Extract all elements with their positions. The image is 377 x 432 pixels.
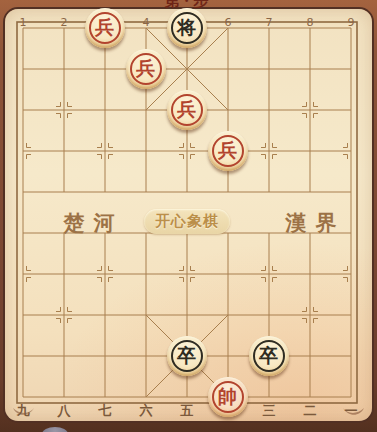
board-point-1-3[interactable] [2,89,43,130]
piece-glyph: 帥 [212,381,244,413]
piece-glyph: 将 [171,12,203,44]
board-point-2-7[interactable] [43,253,84,294]
board-point-3-2[interactable] [84,48,125,89]
board-point-7-10[interactable] [248,376,289,417]
board-point-2-10[interactable] [43,376,84,417]
board-point-5-1[interactable]: 将 [166,7,207,48]
board-point-7-1[interactable] [248,7,289,48]
board-point-3-7[interactable] [84,253,125,294]
board-point-6-1[interactable] [207,7,248,48]
board-point-8-4[interactable] [289,130,330,171]
board-point-9-7[interactable] [330,253,371,294]
piece-glyph: 卒 [171,340,203,372]
piece-red-soldier[interactable]: 兵 [126,49,166,89]
board-point-5-8[interactable] [166,294,207,335]
board-point-2-2[interactable] [43,48,84,89]
board-point-1-9[interactable] [2,335,43,376]
board-point-6-4[interactable]: 兵 [207,130,248,171]
board-point-6-2[interactable] [207,48,248,89]
board-point-6-6[interactable] [207,212,248,253]
board-point-9-4[interactable] [330,130,371,171]
board-point-1-10[interactable] [2,376,43,417]
board-point-5-10[interactable] [166,376,207,417]
board-point-2-5[interactable] [43,171,84,212]
board-point-9-8[interactable] [330,294,371,335]
board-point-4-9[interactable] [125,335,166,376]
board-point-6-7[interactable] [207,253,248,294]
board-point-1-6[interactable] [2,212,43,253]
board-point-8-10[interactable] [289,376,330,417]
board-point-3-9[interactable] [84,335,125,376]
board-point-7-5[interactable] [248,171,289,212]
board-point-3-4[interactable] [84,130,125,171]
board-point-9-9[interactable] [330,335,371,376]
board-point-2-6[interactable] [43,212,84,253]
board-point-1-1[interactable] [2,7,43,48]
board-point-7-2[interactable] [248,48,289,89]
board-point-8-6[interactable] [289,212,330,253]
board-point-2-4[interactable] [43,130,84,171]
board-point-6-8[interactable] [207,294,248,335]
board-point-4-3[interactable] [125,89,166,130]
board-point-7-7[interactable] [248,253,289,294]
board-point-3-6[interactable] [84,212,125,253]
board-point-2-1[interactable] [43,7,84,48]
board-point-4-1[interactable] [125,7,166,48]
move-counter-caption-clipped: 第·步 [0,0,377,8]
board-point-5-2[interactable] [166,48,207,89]
board-point-5-9[interactable]: 卒 [166,335,207,376]
board-point-2-8[interactable] [43,294,84,335]
board-point-9-2[interactable] [330,48,371,89]
board-point-8-7[interactable] [289,253,330,294]
board-point-3-3[interactable] [84,89,125,130]
board-point-3-5[interactable] [84,171,125,212]
board-point-5-5[interactable] [166,171,207,212]
piece-glyph: 卒 [253,340,285,372]
board-point-5-3[interactable]: 兵 [166,89,207,130]
board-point-8-3[interactable] [289,89,330,130]
board-point-4-4[interactable] [125,130,166,171]
board-point-4-5[interactable] [125,171,166,212]
board-point-4-6[interactable] [125,212,166,253]
board-point-4-7[interactable] [125,253,166,294]
board-point-8-8[interactable] [289,294,330,335]
piece-grid: 兵将兵兵兵卒卒帥 [2,7,371,417]
piece-glyph: 兵 [89,12,121,44]
game-screen: 第·步 123456789 九八七六五四三二一 楚河 开心象棋 漢界 兵将兵兵兵… [0,0,377,432]
move-counter-text: 第·步 [165,0,212,8]
piece-glyph: 兵 [130,53,162,85]
board-point-5-4[interactable] [166,130,207,171]
board-point-7-3[interactable] [248,89,289,130]
board-point-5-7[interactable] [166,253,207,294]
board-point-7-9[interactable]: 卒 [248,335,289,376]
board-point-7-8[interactable] [248,294,289,335]
board-point-4-10[interactable] [125,376,166,417]
board-point-9-10[interactable] [330,376,371,417]
board-point-9-1[interactable] [330,7,371,48]
piece-glyph: 兵 [212,135,244,167]
board-point-3-1[interactable]: 兵 [84,7,125,48]
board-point-1-5[interactable] [2,171,43,212]
board-point-7-6[interactable] [248,212,289,253]
piece-red-soldier[interactable]: 兵 [167,90,207,130]
board-point-9-6[interactable] [330,212,371,253]
board-point-4-8[interactable] [125,294,166,335]
piece-red-soldier[interactable]: 兵 [208,131,248,171]
board-point-1-4[interactable] [2,130,43,171]
board-point-1-7[interactable] [2,253,43,294]
piece-glyph: 兵 [171,94,203,126]
board-point-6-9[interactable] [207,335,248,376]
board-point-6-10[interactable]: 帥 [207,376,248,417]
board-point-4-2[interactable]: 兵 [125,48,166,89]
board-point-6-3[interactable] [207,89,248,130]
piece-black-soldier[interactable]: 卒 [249,336,289,376]
board-point-9-3[interactable] [330,89,371,130]
board-point-8-9[interactable] [289,335,330,376]
piece-black-general[interactable]: 将 [167,8,207,48]
board-point-8-2[interactable] [289,48,330,89]
board-point-3-10[interactable] [84,376,125,417]
board-point-6-5[interactable] [207,171,248,212]
piece-red-general[interactable]: 帥 [208,377,248,417]
board-point-5-6[interactable] [166,212,207,253]
board-point-1-2[interactable] [2,48,43,89]
board-point-8-1[interactable] [289,7,330,48]
piece-black-soldier[interactable]: 卒 [167,336,207,376]
board-point-9-5[interactable] [330,171,371,212]
board-point-1-8[interactable] [2,294,43,335]
board-point-2-3[interactable] [43,89,84,130]
board-point-2-9[interactable] [43,335,84,376]
player-avatar-peek[interactable] [42,427,68,432]
board-point-8-5[interactable] [289,171,330,212]
board-point-7-4[interactable] [248,130,289,171]
piece-red-soldier[interactable]: 兵 [85,8,125,48]
board-point-3-8[interactable] [84,294,125,335]
